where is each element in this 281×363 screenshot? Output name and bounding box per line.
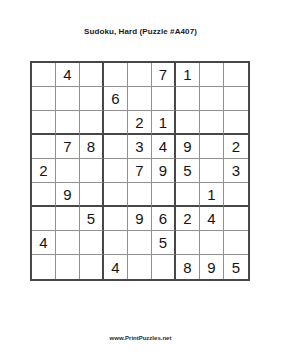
cell-r5c7: 5 [176,159,200,183]
cell-r7c8: 4 [200,207,224,231]
cell-r3c3 [80,111,104,135]
cell-r5c3 [80,159,104,183]
cell-r4c1 [32,135,56,159]
cell-r9c4: 4 [104,255,128,279]
cell-r1c4 [104,63,128,87]
cell-r4c5: 3 [128,135,152,159]
cell-r4c7: 9 [176,135,200,159]
cell-r8c7 [176,231,200,255]
footer-url: www.PrintPuzzles.net [0,335,281,341]
cell-r5c4 [104,159,128,183]
cell-r5c2 [56,159,80,183]
cell-r5c8 [200,159,224,183]
cell-r7c6: 6 [152,207,176,231]
cell-r9c7: 8 [176,255,200,279]
cell-r8c3 [80,231,104,255]
cell-r7c5: 9 [128,207,152,231]
cell-r2c5 [128,87,152,111]
cell-r7c2 [56,207,80,231]
cell-r2c2 [56,87,80,111]
cell-r4c6: 4 [152,135,176,159]
sudoku-grid: 471621783492279539159624454895 [30,61,250,281]
cell-r6c1 [32,183,56,207]
cell-r2c4: 6 [104,87,128,111]
cell-r4c4 [104,135,128,159]
cell-r3c6: 1 [152,111,176,135]
cell-r4c8 [200,135,224,159]
cell-r3c7 [176,111,200,135]
cell-r6c8: 1 [200,183,224,207]
cell-r4c3: 8 [80,135,104,159]
cell-r8c6: 5 [152,231,176,255]
cell-r1c3 [80,63,104,87]
cell-r5c1: 2 [32,159,56,183]
cell-r9c8: 9 [200,255,224,279]
cell-r9c1 [32,255,56,279]
cell-r7c3: 5 [80,207,104,231]
cell-r1c8 [200,63,224,87]
cell-r2c1 [32,87,56,111]
cell-r2c6 [152,87,176,111]
cell-r3c9 [224,111,248,135]
cell-r6c7 [176,183,200,207]
cell-r6c4 [104,183,128,207]
cell-r8c8 [200,231,224,255]
cell-r6c9 [224,183,248,207]
cell-r9c5 [128,255,152,279]
cell-r3c4 [104,111,128,135]
cell-r7c4 [104,207,128,231]
cell-r9c2 [56,255,80,279]
cell-r5c5: 7 [128,159,152,183]
cell-r7c9 [224,207,248,231]
cell-r1c5 [128,63,152,87]
cell-r9c9: 5 [224,255,248,279]
cell-r1c6: 7 [152,63,176,87]
cell-r7c1 [32,207,56,231]
cell-r8c1: 4 [32,231,56,255]
cell-r2c9 [224,87,248,111]
cell-r6c6 [152,183,176,207]
cell-r5c6: 9 [152,159,176,183]
cell-r2c3 [80,87,104,111]
cell-r4c9: 2 [224,135,248,159]
cell-r3c8 [200,111,224,135]
cell-r9c6 [152,255,176,279]
cell-r1c9 [224,63,248,87]
cell-r6c5 [128,183,152,207]
cell-r7c7: 2 [176,207,200,231]
page: Sudoku, Hard (Puzzle #A407) 471621783492… [0,0,281,363]
cell-r9c3 [80,255,104,279]
cell-r1c1 [32,63,56,87]
page-title: Sudoku, Hard (Puzzle #A407) [0,27,281,36]
cell-r6c2: 9 [56,183,80,207]
cell-r3c5: 2 [128,111,152,135]
cell-r8c5 [128,231,152,255]
cell-r5c9: 3 [224,159,248,183]
cell-r2c7 [176,87,200,111]
cell-r8c9 [224,231,248,255]
cell-r2c8 [200,87,224,111]
cell-r4c2: 7 [56,135,80,159]
cell-r8c4 [104,231,128,255]
cell-r3c1 [32,111,56,135]
cell-r1c7: 1 [176,63,200,87]
cell-r8c2 [56,231,80,255]
cell-r1c2: 4 [56,63,80,87]
cell-r3c2 [56,111,80,135]
cell-r6c3 [80,183,104,207]
